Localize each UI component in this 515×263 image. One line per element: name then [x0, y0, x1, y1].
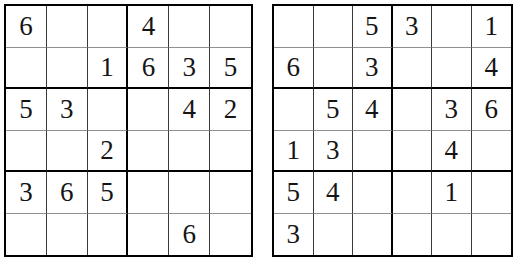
- left-grid-cell-r1c5[interactable]: [169, 6, 210, 48]
- left-grid-cell-r4c1[interactable]: [6, 131, 47, 173]
- right-grid-cell-r5c2: 4: [314, 172, 354, 214]
- left-grid-cell-r4c6[interactable]: [210, 131, 251, 173]
- right-grid-cell-r6c2[interactable]: [314, 214, 354, 256]
- left-grid-cell-r6c1[interactable]: [6, 214, 47, 256]
- left-grid-cell-r3c3[interactable]: [88, 89, 129, 131]
- right-grid-cell-r3c5: 3: [432, 89, 472, 131]
- left-grid-cell-r5c5[interactable]: [169, 172, 210, 214]
- left-grid-cell-r5c2: 6: [47, 172, 88, 214]
- right-grid-cell-r6c1: 3: [274, 214, 314, 256]
- left-grid-cell-r3c2: 3: [47, 89, 88, 131]
- right-grid-cell-r2c1: 6: [274, 48, 314, 90]
- left-grid-cell-r2c3: 1: [88, 48, 129, 90]
- right-grid-cell-r4c2: 3: [314, 131, 354, 173]
- right-grid-cell-r4c4[interactable]: [393, 131, 433, 173]
- right-grid-cell-r6c5[interactable]: [432, 214, 472, 256]
- right-grid-cell-r1c4: 3: [393, 6, 433, 48]
- left-grid-cell-r5c6[interactable]: [210, 172, 251, 214]
- left-grid-cell-r3c4[interactable]: [128, 89, 169, 131]
- left-grid-cell-r6c4[interactable]: [128, 214, 169, 256]
- right-grid-cell-r4c1: 1: [274, 131, 314, 173]
- left-grid-cell-r3c6: 2: [210, 89, 251, 131]
- right-grid-cell-r5c6[interactable]: [472, 172, 512, 214]
- left-grid-cell-r6c5: 6: [169, 214, 210, 256]
- right-grid-cell-r3c6: 6: [472, 89, 512, 131]
- left-grid-cell-r1c1: 6: [6, 6, 47, 48]
- right-grid-cell-r2c2[interactable]: [314, 48, 354, 90]
- right-grid-cell-r6c6[interactable]: [472, 214, 512, 256]
- left-grid-cell-r5c4[interactable]: [128, 172, 169, 214]
- left-grid-cell-r4c2[interactable]: [47, 131, 88, 173]
- left-grid-cell-r5c3: 5: [88, 172, 129, 214]
- left-grid-cell-r4c3: 2: [88, 131, 129, 173]
- left-grid-cell-r2c5: 3: [169, 48, 210, 90]
- right-grid-cell-r1c5[interactable]: [432, 6, 472, 48]
- left-grid-cell-r6c3[interactable]: [88, 214, 129, 256]
- left-grid-cell-r4c5[interactable]: [169, 131, 210, 173]
- left-grid-cell-r3c5: 4: [169, 89, 210, 131]
- left-grid-cell-r3c1: 5: [6, 89, 47, 131]
- left-grid-cell-r5c1: 3: [6, 172, 47, 214]
- right-grid-cell-r2c3: 3: [353, 48, 393, 90]
- right-grid-cell-r5c1: 5: [274, 172, 314, 214]
- right-grid-cell-r6c3[interactable]: [353, 214, 393, 256]
- left-grid-cell-r4c4[interactable]: [128, 131, 169, 173]
- right-grid-cell-r1c2[interactable]: [314, 6, 354, 48]
- right-sudoku-grid: 5 3 1 6 3 4 5 4 3 6 1 3 4 5 4 1 3: [272, 4, 513, 257]
- right-grid-cell-r5c5: 1: [432, 172, 472, 214]
- left-grid-cell-r2c4: 6: [128, 48, 169, 90]
- left-grid-cell-r1c6[interactable]: [210, 6, 251, 48]
- right-grid-cell-r2c6: 4: [472, 48, 512, 90]
- right-grid-cell-r2c4[interactable]: [393, 48, 433, 90]
- left-sudoku-grid: 6 4 1 6 3 5 5 3 4 2 2 3 6 5 6: [4, 4, 253, 257]
- right-grid-cell-r6c4[interactable]: [393, 214, 433, 256]
- right-grid-cell-r4c3[interactable]: [353, 131, 393, 173]
- right-grid-cell-r3c4[interactable]: [393, 89, 433, 131]
- right-grid-cell-r5c4[interactable]: [393, 172, 433, 214]
- left-grid-cell-r6c2[interactable]: [47, 214, 88, 256]
- right-grid-cell-r3c1[interactable]: [274, 89, 314, 131]
- right-grid-cell-r4c5: 4: [432, 131, 472, 173]
- right-grid-cell-r5c3[interactable]: [353, 172, 393, 214]
- right-grid-cell-r1c3: 5: [353, 6, 393, 48]
- left-grid-cell-r6c6[interactable]: [210, 214, 251, 256]
- left-grid-cell-r1c2[interactable]: [47, 6, 88, 48]
- left-grid-cell-r1c4: 4: [128, 6, 169, 48]
- sudoku-page: 6 4 1 6 3 5 5 3 4 2 2 3 6 5 6: [0, 0, 515, 263]
- right-grid-cell-r3c2: 5: [314, 89, 354, 131]
- right-grid-cell-r2c5[interactable]: [432, 48, 472, 90]
- left-grid-cell-r2c2[interactable]: [47, 48, 88, 90]
- right-grid-cell-r4c6[interactable]: [472, 131, 512, 173]
- right-grid-cell-r1c6: 1: [472, 6, 512, 48]
- left-grid-cell-r1c3[interactable]: [88, 6, 129, 48]
- right-grid-cell-r1c1[interactable]: [274, 6, 314, 48]
- right-grid-cell-r3c3: 4: [353, 89, 393, 131]
- left-grid-cell-r2c6: 5: [210, 48, 251, 90]
- left-grid-cell-r2c1[interactable]: [6, 48, 47, 90]
